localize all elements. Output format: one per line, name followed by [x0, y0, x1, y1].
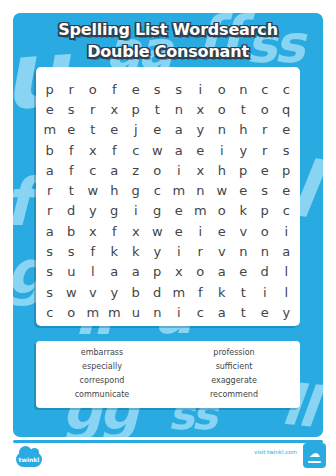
- grid-cell: r: [39, 180, 61, 200]
- grid-cell: p: [147, 262, 169, 282]
- grid-cell: e: [254, 160, 276, 180]
- grid-cell: o: [82, 79, 104, 99]
- grid-cell: c: [190, 302, 212, 322]
- grid-cell: o: [211, 79, 233, 99]
- grid-cell: r: [39, 201, 61, 221]
- grid-cell: w: [147, 140, 169, 160]
- grid-cell: x: [168, 262, 190, 282]
- grid-cell: e: [125, 79, 147, 99]
- grid-cell: e: [276, 120, 298, 140]
- grid-cell: d: [147, 282, 169, 302]
- grid-cell: f: [104, 79, 126, 99]
- grid-cell: x: [125, 221, 147, 241]
- grid-cell: s: [39, 282, 61, 302]
- grid-cell: n: [233, 79, 255, 99]
- word-item: communicate: [36, 388, 168, 402]
- grid-cell: s: [168, 79, 190, 99]
- grid-cell: y: [276, 302, 298, 322]
- cloud-icon: ☁: [309, 448, 320, 459]
- grid-cell: f: [61, 140, 83, 160]
- grid-cell: f: [82, 241, 104, 261]
- word-item: exaggerate: [168, 374, 300, 388]
- grid-cell: t: [233, 99, 255, 119]
- grid-cell: d: [61, 201, 83, 221]
- page-title: Spelling List Wordsearch Double Consonan…: [13, 19, 323, 63]
- grid-cell: n: [190, 180, 212, 200]
- twinkl-badge-logo: ☁: [303, 443, 326, 468]
- word-item: embarrass: [36, 346, 168, 360]
- decor-letter-f-5: f: [13, 170, 30, 236]
- grid-cell: w: [211, 180, 233, 200]
- grid-cell: g: [125, 180, 147, 200]
- grid-cell: a: [104, 160, 126, 180]
- grid-cell: m: [168, 180, 190, 200]
- grid-cell: a: [211, 302, 233, 322]
- grid-cell: e: [211, 221, 233, 241]
- grid-cell: s: [39, 241, 61, 261]
- word-list: embarrassespeciallycorrespondcommunicate…: [36, 341, 300, 408]
- grid-cell: w: [61, 282, 83, 302]
- grid-cell: r: [61, 79, 83, 99]
- grid-cell: l: [276, 282, 298, 302]
- grid-cell: p: [125, 99, 147, 119]
- grid-cell: f: [190, 282, 212, 302]
- grid-cell: a: [125, 262, 147, 282]
- grid-cell: y: [104, 282, 126, 302]
- grid-cell: c: [147, 180, 169, 200]
- grid-cell: e: [61, 120, 83, 140]
- grid-cell: o: [147, 160, 169, 180]
- grid-cell: i: [168, 302, 190, 322]
- grid-cell: h: [211, 160, 233, 180]
- grid-cell: c: [125, 140, 147, 160]
- grid-cell: p: [233, 160, 255, 180]
- grid-cell: e: [104, 120, 126, 140]
- grid-cell: s: [61, 241, 83, 261]
- grid-cell: m: [39, 120, 61, 140]
- grid-cell: z: [125, 160, 147, 180]
- grid-cell: p: [254, 201, 276, 221]
- grid-cell: e: [190, 140, 212, 160]
- grid-cell: a: [211, 262, 233, 282]
- grid-cell: t: [233, 302, 255, 322]
- grid-cell: x: [190, 99, 212, 119]
- grid-cell: t: [82, 120, 104, 140]
- grid-cell: i: [125, 201, 147, 221]
- grid-cell: o: [211, 99, 233, 119]
- grid-cell: k: [233, 201, 255, 221]
- grid-cell: r: [82, 99, 104, 119]
- grid-cell: r: [254, 120, 276, 140]
- grid-cell: k: [125, 241, 147, 261]
- grid-cell: t: [147, 99, 169, 119]
- grid-cell: a: [276, 241, 298, 261]
- grid-cell: i: [254, 282, 276, 302]
- grid-cell: m: [104, 302, 126, 322]
- grid-cell: n: [254, 241, 276, 261]
- grid-cell: k: [104, 241, 126, 261]
- grid-cell: s: [39, 262, 61, 282]
- grid-cell: e: [39, 99, 61, 119]
- grid-cell: t: [233, 282, 255, 302]
- grid-cell: d: [254, 262, 276, 282]
- grid-cell: e: [276, 180, 298, 200]
- grid-cell: v: [82, 282, 104, 302]
- grid-cell: i: [168, 160, 190, 180]
- grid-cell: e: [168, 221, 190, 241]
- grid-cell: w: [82, 180, 104, 200]
- grid-cell: f: [61, 160, 83, 180]
- grid-cell: k: [211, 282, 233, 302]
- grid-cell: b: [39, 140, 61, 160]
- grid-cell: x: [82, 140, 104, 160]
- grid-cell: u: [61, 262, 83, 282]
- grid-cell: a: [168, 120, 190, 140]
- word-item: correspond: [36, 374, 168, 388]
- word-item: profession: [168, 346, 300, 360]
- grid-cell: a: [39, 221, 61, 241]
- word-item: especially: [36, 360, 168, 374]
- visit-twinkl-link[interactable]: visit twinkl.com: [254, 449, 297, 455]
- grid-cell: w: [147, 221, 169, 241]
- grid-cell: e: [233, 180, 255, 200]
- word-col-left: embarrassespeciallycorrespondcommunicate: [36, 346, 168, 408]
- grid-cell: s: [61, 99, 83, 119]
- grid-cell: l: [82, 262, 104, 282]
- grid-cell: p: [39, 79, 61, 99]
- grid-cell: x: [190, 160, 212, 180]
- grid-cell: o: [190, 262, 212, 282]
- grid-cell: h: [104, 180, 126, 200]
- grid-cell: e: [254, 302, 276, 322]
- word-item: recommend: [168, 388, 300, 402]
- grid-cell: j: [125, 120, 147, 140]
- page-title-line2: Double Consonant: [13, 41, 323, 63]
- word-item: sufficient: [168, 360, 300, 374]
- grid-cell: u: [125, 302, 147, 322]
- grid-cell: c: [82, 160, 104, 180]
- grid-cell: c: [276, 79, 298, 99]
- grid-cell: b: [61, 221, 83, 241]
- grid-cell: n: [233, 241, 255, 261]
- grid-cell: s: [276, 140, 298, 160]
- grid-cell: y: [190, 120, 212, 140]
- grid-cell: c: [39, 302, 61, 322]
- wordsearch-panel: professionccesrxptnxotoqmetejeaynhrebfxf…: [36, 67, 300, 326]
- bottom-rule: [13, 440, 323, 443]
- grid-cell: o: [254, 99, 276, 119]
- grid-cell: m: [168, 282, 190, 302]
- grid-cell: h: [233, 120, 255, 140]
- grid-cell: a: [39, 160, 61, 180]
- grid-cell: e: [233, 262, 255, 282]
- grid-cell: r: [254, 140, 276, 160]
- grid-cell: e: [168, 201, 190, 221]
- grid-cell: m: [190, 201, 212, 221]
- grid-cell: y: [147, 241, 169, 261]
- grid-cell: r: [190, 241, 212, 261]
- grid-cell: i: [211, 140, 233, 160]
- grid-cell: v: [211, 241, 233, 261]
- word-col-right: professionsufficientexaggeraterecommend: [168, 346, 300, 408]
- grid-cell: y: [233, 140, 255, 160]
- badge-bar: [308, 461, 321, 463]
- grid-cell: i: [190, 221, 212, 241]
- wordsearch-board: professionccesrxptnxotoqmetejeaynhrebfxf…: [36, 67, 300, 323]
- grid-cell: v: [233, 221, 255, 241]
- grid-cell: a: [168, 140, 190, 160]
- grid-cell: f: [104, 221, 126, 241]
- grid-cell: f: [104, 140, 126, 160]
- grid-cell: s: [254, 180, 276, 200]
- twinkl-brand-text: twinkl: [16, 452, 42, 467]
- twinkl-cloud-logo: twinkl: [16, 452, 42, 467]
- grid-cell: o: [61, 302, 83, 322]
- grid-cell: t: [61, 180, 83, 200]
- grid-cell: q: [276, 99, 298, 119]
- grid-cell: i: [168, 241, 190, 261]
- page-title-line1: Spelling List Wordsearch: [13, 19, 323, 41]
- grid-cell: g: [147, 201, 169, 221]
- grid-cell: n: [211, 120, 233, 140]
- grid-cell: p: [276, 160, 298, 180]
- grid-cell: a: [104, 262, 126, 282]
- grid-cell: y: [82, 201, 104, 221]
- grid-cell: l: [276, 262, 298, 282]
- grid-cell: n: [147, 302, 169, 322]
- grid-cell: e: [147, 120, 169, 140]
- grid-cell: g: [104, 201, 126, 221]
- grid-cell: m: [82, 302, 104, 322]
- grid-cell: c: [276, 201, 298, 221]
- grid-cell: b: [125, 282, 147, 302]
- grid-cell: c: [254, 79, 276, 99]
- grid-cell: o: [211, 201, 233, 221]
- worksheet-page: uaaffsslfglluggssll Spelling List Wordse…: [0, 0, 336, 476]
- grid-cell: i: [190, 79, 212, 99]
- grid-cell: x: [104, 99, 126, 119]
- grid-cell: i: [276, 221, 298, 241]
- grid-cell: s: [147, 79, 169, 99]
- grid-cell: o: [254, 221, 276, 241]
- grid-cell: x: [82, 221, 104, 241]
- grid-cell: n: [168, 99, 190, 119]
